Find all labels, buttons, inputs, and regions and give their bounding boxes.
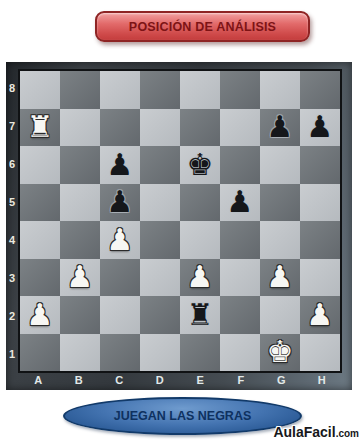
square-b5[interactable] bbox=[60, 184, 100, 222]
square-d1[interactable] bbox=[140, 334, 180, 372]
file-label-e: E bbox=[180, 373, 221, 389]
white-king: ♚ bbox=[260, 334, 300, 372]
square-d2[interactable] bbox=[140, 296, 180, 334]
square-a7[interactable]: ♜ bbox=[20, 109, 60, 147]
file-label-d: D bbox=[140, 373, 181, 389]
brand-name: AulaFacil bbox=[273, 424, 335, 440]
rank-labels: 87654321 bbox=[6, 69, 18, 373]
square-b4[interactable] bbox=[60, 221, 100, 259]
square-a4[interactable] bbox=[20, 221, 60, 259]
square-a1[interactable] bbox=[20, 334, 60, 372]
square-c1[interactable] bbox=[100, 334, 140, 372]
rank-label-3: 3 bbox=[6, 259, 18, 297]
square-c7[interactable] bbox=[100, 109, 140, 147]
rank-label-7: 7 bbox=[6, 107, 18, 145]
square-g4[interactable] bbox=[260, 221, 300, 259]
square-c6[interactable]: ♟ bbox=[100, 146, 140, 184]
square-e6[interactable]: ♚ bbox=[180, 146, 220, 184]
file-label-f: F bbox=[221, 373, 262, 389]
square-h1[interactable] bbox=[300, 334, 340, 372]
square-b3[interactable]: ♟ bbox=[60, 259, 100, 297]
square-d4[interactable] bbox=[140, 221, 180, 259]
turn-banner: JUEGAN LAS NEGRAS bbox=[63, 397, 302, 435]
rank-label-6: 6 bbox=[6, 145, 18, 183]
square-f3[interactable] bbox=[220, 259, 260, 297]
file-label-b: B bbox=[59, 373, 100, 389]
rank-label-5: 5 bbox=[6, 183, 18, 221]
square-e7[interactable] bbox=[180, 109, 220, 147]
white-pawn: ♟ bbox=[100, 221, 140, 259]
square-e5[interactable] bbox=[180, 184, 220, 222]
white-pawn: ♟ bbox=[20, 296, 60, 334]
square-c2[interactable] bbox=[100, 296, 140, 334]
square-f2[interactable] bbox=[220, 296, 260, 334]
black-pawn: ♟ bbox=[100, 184, 140, 222]
square-e8[interactable] bbox=[180, 71, 220, 109]
black-king: ♚ bbox=[180, 146, 220, 184]
file-label-h: H bbox=[302, 373, 343, 389]
rank-label-8: 8 bbox=[6, 69, 18, 107]
white-pawn: ♟ bbox=[300, 296, 340, 334]
square-f6[interactable] bbox=[220, 146, 260, 184]
square-e3[interactable]: ♟ bbox=[180, 259, 220, 297]
square-e1[interactable] bbox=[180, 334, 220, 372]
square-f1[interactable] bbox=[220, 334, 260, 372]
square-b1[interactable] bbox=[60, 334, 100, 372]
square-g1[interactable]: ♚ bbox=[260, 334, 300, 372]
square-c5[interactable]: ♟ bbox=[100, 184, 140, 222]
square-g5[interactable] bbox=[260, 184, 300, 222]
rank-label-2: 2 bbox=[6, 297, 18, 335]
square-g7[interactable]: ♟ bbox=[260, 109, 300, 147]
square-h5[interactable] bbox=[300, 184, 340, 222]
square-a6[interactable] bbox=[20, 146, 60, 184]
chess-board: ♜♟♟♟♚♟♟♟♟♟♟♟♜♟♚ bbox=[18, 69, 342, 373]
rank-label-1: 1 bbox=[6, 335, 18, 373]
square-h8[interactable] bbox=[300, 71, 340, 109]
square-c4[interactable]: ♟ bbox=[100, 221, 140, 259]
square-h7[interactable]: ♟ bbox=[300, 109, 340, 147]
square-a2[interactable]: ♟ bbox=[20, 296, 60, 334]
square-h2[interactable]: ♟ bbox=[300, 296, 340, 334]
file-label-a: A bbox=[18, 373, 59, 389]
brand-logo: AulaFacil.com bbox=[273, 424, 359, 440]
square-e2[interactable]: ♜ bbox=[180, 296, 220, 334]
black-pawn: ♟ bbox=[260, 109, 300, 147]
square-h4[interactable] bbox=[300, 221, 340, 259]
square-b6[interactable] bbox=[60, 146, 100, 184]
brand-suffix: .com bbox=[336, 428, 359, 439]
analysis-banner: POSICIÓN DE ANÁLISIS bbox=[95, 11, 310, 42]
square-b8[interactable] bbox=[60, 71, 100, 109]
square-f7[interactable] bbox=[220, 109, 260, 147]
square-a8[interactable] bbox=[20, 71, 60, 109]
square-f4[interactable] bbox=[220, 221, 260, 259]
white-pawn: ♟ bbox=[180, 259, 220, 297]
analysis-banner-label: POSICIÓN DE ANÁLISIS bbox=[129, 20, 276, 34]
square-c3[interactable] bbox=[100, 259, 140, 297]
square-b7[interactable] bbox=[60, 109, 100, 147]
square-e4[interactable] bbox=[180, 221, 220, 259]
square-g8[interactable] bbox=[260, 71, 300, 109]
square-f8[interactable] bbox=[220, 71, 260, 109]
square-g6[interactable] bbox=[260, 146, 300, 184]
black-pawn: ♟ bbox=[300, 109, 340, 147]
square-h6[interactable] bbox=[300, 146, 340, 184]
page: POSICIÓN DE ANÁLISIS 87654321 ♜♟♟♟♚♟♟♟♟♟… bbox=[0, 0, 362, 446]
square-c8[interactable] bbox=[100, 71, 140, 109]
white-pawn: ♟ bbox=[260, 259, 300, 297]
rank-label-4: 4 bbox=[6, 221, 18, 259]
black-pawn: ♟ bbox=[220, 184, 260, 222]
square-d7[interactable] bbox=[140, 109, 180, 147]
square-a3[interactable] bbox=[20, 259, 60, 297]
chess-board-frame: 87654321 ♜♟♟♟♚♟♟♟♟♟♟♟♜♟♚ ABCDEFGH bbox=[6, 62, 352, 390]
file-labels: ABCDEFGH bbox=[18, 373, 342, 389]
turn-banner-label: JUEGAN LAS NEGRAS bbox=[114, 409, 252, 423]
square-f5[interactable]: ♟ bbox=[220, 184, 260, 222]
square-d3[interactable] bbox=[140, 259, 180, 297]
square-d6[interactable] bbox=[140, 146, 180, 184]
square-a5[interactable] bbox=[20, 184, 60, 222]
white-rook: ♜ bbox=[20, 109, 60, 147]
white-pawn: ♟ bbox=[60, 259, 100, 297]
square-d8[interactable] bbox=[140, 71, 180, 109]
square-h3[interactable] bbox=[300, 259, 340, 297]
black-rook: ♜ bbox=[180, 296, 220, 334]
square-d5[interactable] bbox=[140, 184, 180, 222]
black-pawn: ♟ bbox=[100, 146, 140, 184]
file-label-g: G bbox=[261, 373, 302, 389]
square-g2[interactable] bbox=[260, 296, 300, 334]
square-g3[interactable]: ♟ bbox=[260, 259, 300, 297]
file-label-c: C bbox=[99, 373, 140, 389]
square-b2[interactable] bbox=[60, 296, 100, 334]
